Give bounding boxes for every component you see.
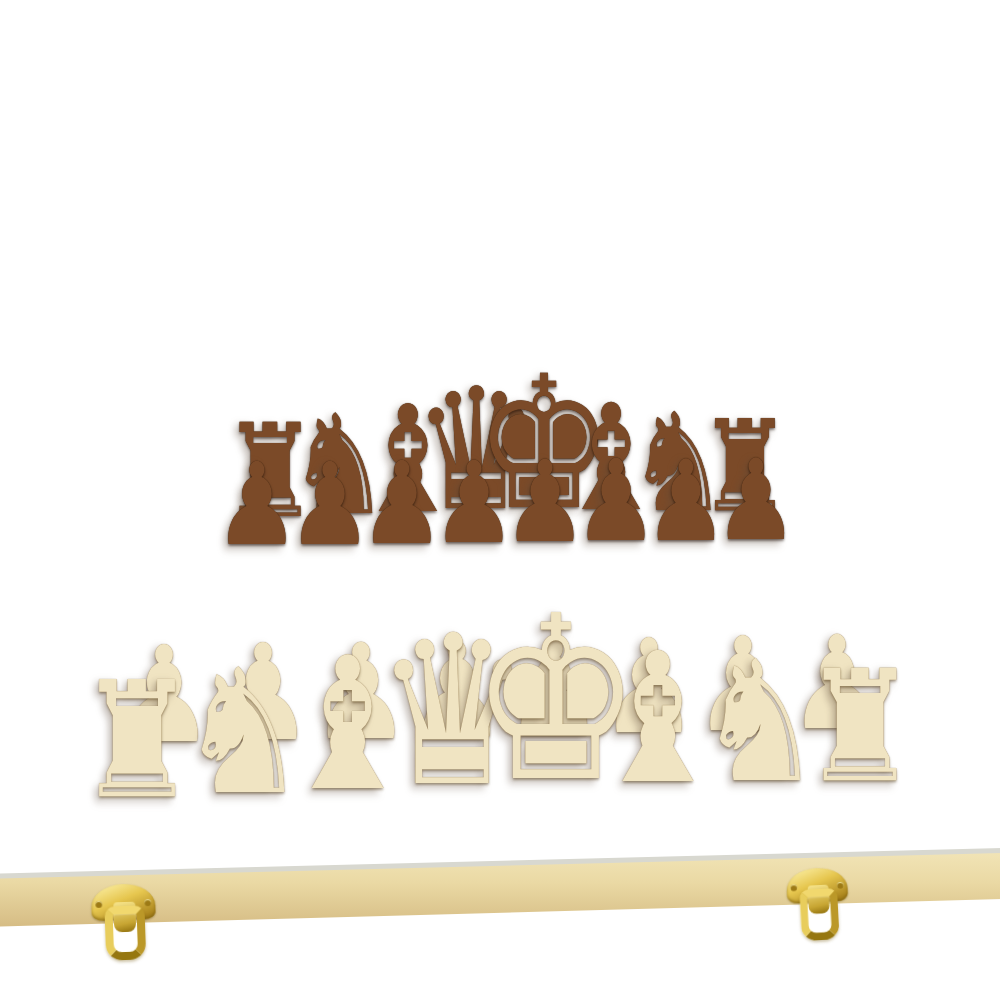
pieces-layer: ♜♞♝♛♚♝♞♜♟♟♟♟♟♟♟♟♟♟♟♟♟♟♟♟♜♞♝♛♚♝♞♜ — [0, 0, 1000, 1000]
clasp-left — [87, 883, 164, 966]
clasp-bail — [104, 905, 146, 960]
clasp-right — [782, 866, 856, 946]
white-rook-glyph: ♜ — [802, 649, 918, 803]
black-pawn-glyph: ♟ — [714, 445, 798, 557]
piece-black-pawn-h7[interactable]: ♟ — [706, 445, 806, 557]
chess-set-photo: 8877665544332211ABCDEFGH ♜♞♝♛♚♝♞♜♟♟♟♟♟♟♟… — [0, 0, 1000, 1000]
piece-white-rook-h1[interactable]: ♜ — [791, 649, 929, 803]
clasp-bail — [799, 888, 840, 941]
